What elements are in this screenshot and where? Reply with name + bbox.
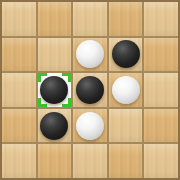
black-stone — [76, 76, 104, 104]
board-cell[interactable] — [38, 109, 72, 143]
board-cell[interactable] — [144, 2, 178, 36]
board-cell[interactable] — [73, 73, 107, 107]
board-cell[interactable] — [109, 73, 143, 107]
board-cell[interactable] — [144, 73, 178, 107]
board-cell[interactable] — [2, 2, 36, 36]
board-cell[interactable] — [73, 2, 107, 36]
board-cell[interactable] — [2, 144, 36, 178]
board-cell[interactable] — [144, 109, 178, 143]
white-stone — [76, 112, 104, 140]
board-cell[interactable] — [2, 109, 36, 143]
board-cell[interactable] — [38, 144, 72, 178]
black-stone — [112, 40, 140, 68]
game-board — [0, 0, 180, 180]
board-cell[interactable] — [38, 38, 72, 72]
board-cell[interactable] — [38, 73, 72, 107]
white-stone — [112, 76, 140, 104]
board-cell[interactable] — [144, 38, 178, 72]
board-cell[interactable] — [73, 38, 107, 72]
board-cell[interactable] — [73, 109, 107, 143]
board-cell[interactable] — [144, 144, 178, 178]
board-cell[interactable] — [109, 38, 143, 72]
board-cell[interactable] — [2, 38, 36, 72]
board-cell[interactable] — [73, 144, 107, 178]
board-cell[interactable] — [109, 109, 143, 143]
board-cell[interactable] — [109, 144, 143, 178]
board-cell[interactable] — [2, 73, 36, 107]
board-cell[interactable] — [38, 2, 72, 36]
white-stone — [76, 40, 104, 68]
board-cell[interactable] — [109, 2, 143, 36]
black-stone — [40, 112, 68, 140]
